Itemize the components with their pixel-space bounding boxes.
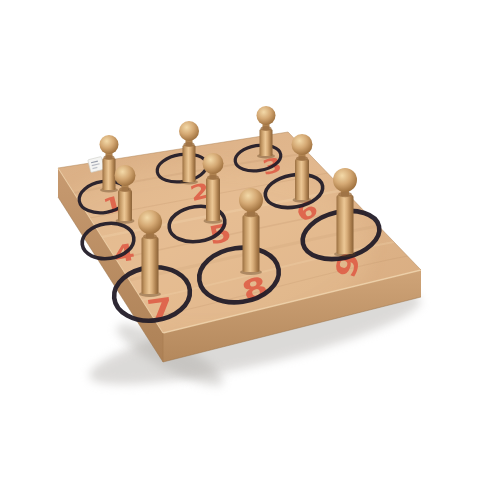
quoits-board-photo: 1 2 3 4 5 6 7 8 9	[0, 0, 482, 482]
